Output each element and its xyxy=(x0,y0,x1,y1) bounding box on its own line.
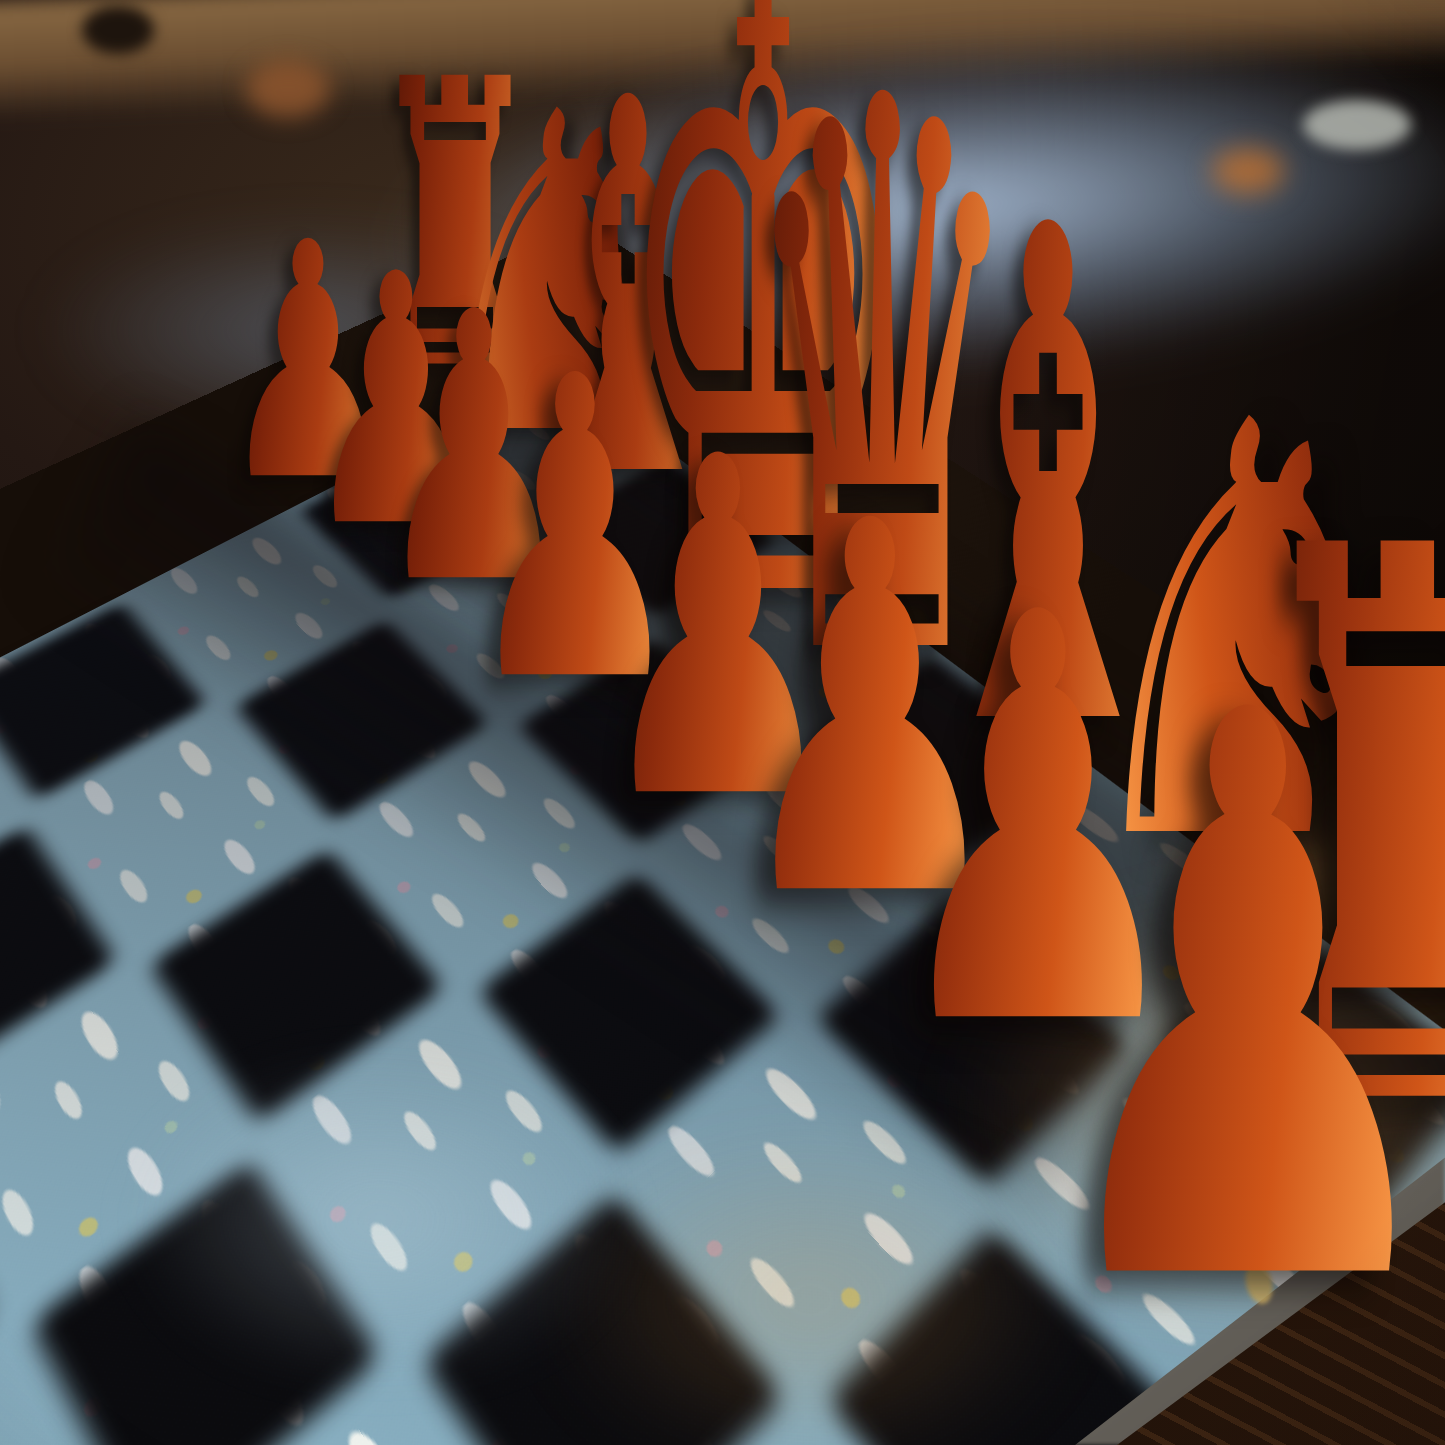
piece-pawn-a7[interactable]: ♟ xyxy=(1033,615,1445,1390)
pieces-layer: ♜♞♝♚♛♝♞♜♟♟♟♟♟♟♟♟ xyxy=(0,0,1445,1445)
chess-photo-scene: ♜♞♝♚♛♝♞♜♟♟♟♟♟♟♟♟ xyxy=(0,0,1445,1445)
